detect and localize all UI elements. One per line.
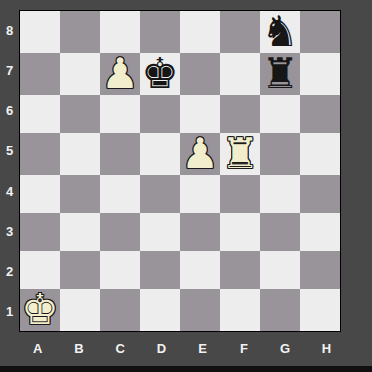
file-label-a: A xyxy=(17,335,58,361)
square-f4[interactable] xyxy=(220,175,260,213)
square-e3[interactable] xyxy=(180,213,220,251)
piece-black-king[interactable]: ♚ xyxy=(141,53,179,95)
square-c2[interactable] xyxy=(100,251,140,289)
square-b3[interactable] xyxy=(60,213,100,251)
file-label-h: H xyxy=(306,335,347,361)
square-g7[interactable]: ♜ xyxy=(260,53,300,95)
file-label-b: B xyxy=(58,335,99,361)
chess-diagram: 87654321 ♞♟♚♜♟♜♚ ABCDEFGH xyxy=(0,0,372,372)
square-h4[interactable] xyxy=(300,175,340,213)
rank-label-7: 7 xyxy=(0,50,19,90)
square-a8[interactable] xyxy=(20,11,60,53)
rank-label-2: 2 xyxy=(0,252,19,292)
square-h1[interactable] xyxy=(300,289,340,331)
square-d7[interactable]: ♚ xyxy=(140,53,180,95)
square-f6[interactable] xyxy=(220,95,260,133)
square-c7[interactable]: ♟ xyxy=(100,53,140,95)
square-a4[interactable] xyxy=(20,175,60,213)
square-g8[interactable]: ♞ xyxy=(260,11,300,53)
square-h2[interactable] xyxy=(300,251,340,289)
square-h3[interactable] xyxy=(300,213,340,251)
rank-label-6: 6 xyxy=(0,91,19,131)
square-g6[interactable] xyxy=(260,95,300,133)
rank-labels: 87654321 xyxy=(0,10,19,332)
square-d1[interactable] xyxy=(140,289,180,331)
square-h6[interactable] xyxy=(300,95,340,133)
rank-label-4: 4 xyxy=(0,171,19,211)
square-f3[interactable] xyxy=(220,213,260,251)
square-a3[interactable] xyxy=(20,213,60,251)
square-b5[interactable] xyxy=(60,133,100,175)
square-a1[interactable]: ♚ xyxy=(20,289,60,331)
square-g1[interactable] xyxy=(260,289,300,331)
square-f8[interactable] xyxy=(220,11,260,53)
square-d4[interactable] xyxy=(140,175,180,213)
rank-label-5: 5 xyxy=(0,131,19,171)
square-d5[interactable] xyxy=(140,133,180,175)
square-g4[interactable] xyxy=(260,175,300,213)
square-e7[interactable] xyxy=(180,53,220,95)
piece-white-king[interactable]: ♚ xyxy=(21,289,59,331)
square-e4[interactable] xyxy=(180,175,220,213)
square-b8[interactable] xyxy=(60,11,100,53)
square-d3[interactable] xyxy=(140,213,180,251)
square-e6[interactable] xyxy=(180,95,220,133)
square-e1[interactable] xyxy=(180,289,220,331)
square-h7[interactable] xyxy=(300,53,340,95)
file-label-f: F xyxy=(223,335,264,361)
square-c6[interactable] xyxy=(100,95,140,133)
square-f7[interactable] xyxy=(220,53,260,95)
file-label-g: G xyxy=(265,335,306,361)
square-g2[interactable] xyxy=(260,251,300,289)
square-e2[interactable] xyxy=(180,251,220,289)
square-h5[interactable] xyxy=(300,133,340,175)
square-h8[interactable] xyxy=(300,11,340,53)
square-g3[interactable] xyxy=(260,213,300,251)
square-a5[interactable] xyxy=(20,133,60,175)
rank-label-8: 8 xyxy=(0,10,19,50)
square-c5[interactable] xyxy=(100,133,140,175)
file-label-e: E xyxy=(182,335,223,361)
square-g5[interactable] xyxy=(260,133,300,175)
square-b7[interactable] xyxy=(60,53,100,95)
square-b1[interactable] xyxy=(60,289,100,331)
square-d8[interactable] xyxy=(140,11,180,53)
piece-white-rook[interactable]: ♜ xyxy=(221,133,259,175)
square-f1[interactable] xyxy=(220,289,260,331)
rank-label-1: 1 xyxy=(0,292,19,332)
file-label-d: D xyxy=(141,335,182,361)
piece-black-knight[interactable]: ♞ xyxy=(261,11,299,53)
square-f5[interactable]: ♜ xyxy=(220,133,260,175)
square-c4[interactable] xyxy=(100,175,140,213)
piece-white-pawn[interactable]: ♟ xyxy=(101,53,139,95)
chess-board: ♞♟♚♜♟♜♚ xyxy=(19,10,341,332)
bottom-edge-strip xyxy=(0,366,372,372)
piece-black-rook[interactable]: ♜ xyxy=(261,53,299,95)
rank-label-3: 3 xyxy=(0,211,19,251)
square-c1[interactable] xyxy=(100,289,140,331)
square-c8[interactable] xyxy=(100,11,140,53)
square-e8[interactable] xyxy=(180,11,220,53)
square-d6[interactable] xyxy=(140,95,180,133)
square-c3[interactable] xyxy=(100,213,140,251)
square-a6[interactable] xyxy=(20,95,60,133)
square-d2[interactable] xyxy=(140,251,180,289)
file-labels: ABCDEFGH xyxy=(17,335,347,361)
square-b2[interactable] xyxy=(60,251,100,289)
piece-white-pawn[interactable]: ♟ xyxy=(181,133,219,175)
square-a2[interactable] xyxy=(20,251,60,289)
file-label-c: C xyxy=(100,335,141,361)
square-b6[interactable] xyxy=(60,95,100,133)
square-f2[interactable] xyxy=(220,251,260,289)
square-b4[interactable] xyxy=(60,175,100,213)
square-a7[interactable] xyxy=(20,53,60,95)
square-e5[interactable]: ♟ xyxy=(180,133,220,175)
